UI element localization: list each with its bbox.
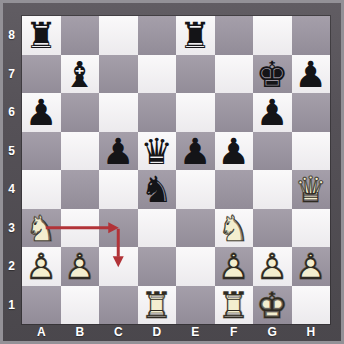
square-e5[interactable]: ♟ bbox=[176, 132, 215, 171]
square-f2[interactable]: ♟♙ bbox=[215, 247, 254, 286]
square-g5[interactable] bbox=[253, 132, 292, 171]
square-a3[interactable]: ♞♘ bbox=[22, 209, 61, 248]
white-pawn-b2[interactable]: ♟♙ bbox=[61, 247, 100, 286]
square-f5[interactable]: ♟ bbox=[215, 132, 254, 171]
black-pawn-c5[interactable]: ♟ bbox=[99, 132, 138, 171]
square-e3[interactable] bbox=[176, 209, 215, 248]
square-f7[interactable] bbox=[215, 55, 254, 94]
file-label-B: B bbox=[61, 324, 100, 341]
white-pawn-h2[interactable]: ♟♙ bbox=[292, 247, 331, 286]
rank-label-1: 1 bbox=[3, 286, 20, 325]
piece-glyph: ♞ bbox=[138, 170, 177, 209]
black-queen-d5[interactable]: ♛ bbox=[138, 132, 177, 171]
square-h3[interactable] bbox=[292, 209, 331, 248]
piece-outline-glyph: ♙ bbox=[215, 247, 254, 286]
rank-label-8: 8 bbox=[3, 16, 20, 55]
piece-glyph: ♜ bbox=[22, 16, 61, 55]
rank-label-2: 2 bbox=[3, 247, 20, 286]
board: ♜♜♝♚♟♟♟♟♛♟♟♞♛♕♞♘♞♘♟♙♟♙♟♙♟♙♟♙♜♖♜♖♚♔ bbox=[22, 16, 330, 324]
square-d2[interactable] bbox=[138, 247, 177, 286]
white-king-g1[interactable]: ♚♔ bbox=[253, 286, 292, 325]
file-label-H: H bbox=[292, 324, 331, 341]
piece-outline-glyph: ♕ bbox=[292, 170, 331, 209]
piece-glyph: ♟ bbox=[22, 93, 61, 132]
white-knight-a3[interactable]: ♞♘ bbox=[22, 209, 61, 248]
square-b6[interactable] bbox=[61, 93, 100, 132]
square-b4[interactable] bbox=[61, 170, 100, 209]
square-h5[interactable] bbox=[292, 132, 331, 171]
square-a6[interactable]: ♟ bbox=[22, 93, 61, 132]
chess-board-frame: ♜♜♝♚♟♟♟♟♛♟♟♞♛♕♞♘♞♘♟♙♟♙♟♙♟♙♟♙♜♖♜♖♚♔ 87654… bbox=[0, 0, 344, 344]
file-label-E: E bbox=[176, 324, 215, 341]
black-pawn-g6[interactable]: ♟ bbox=[253, 93, 292, 132]
square-b2[interactable]: ♟♙ bbox=[61, 247, 100, 286]
square-e4[interactable] bbox=[176, 170, 215, 209]
square-g7[interactable]: ♚ bbox=[253, 55, 292, 94]
square-f8[interactable] bbox=[215, 16, 254, 55]
square-f6[interactable] bbox=[215, 93, 254, 132]
square-g8[interactable] bbox=[253, 16, 292, 55]
black-pawn-a6[interactable]: ♟ bbox=[22, 93, 61, 132]
file-label-F: F bbox=[215, 324, 254, 341]
square-a8[interactable]: ♜ bbox=[22, 16, 61, 55]
rank-label-4: 4 bbox=[3, 170, 20, 209]
square-b7[interactable]: ♝ bbox=[61, 55, 100, 94]
square-a7[interactable] bbox=[22, 55, 61, 94]
piece-outline-glyph: ♙ bbox=[61, 247, 100, 286]
square-f1[interactable]: ♜♖ bbox=[215, 286, 254, 325]
square-g2[interactable]: ♟♙ bbox=[253, 247, 292, 286]
white-pawn-a2[interactable]: ♟♙ bbox=[22, 247, 61, 286]
piece-outline-glyph: ♔ bbox=[253, 286, 292, 325]
white-pawn-f2[interactable]: ♟♙ bbox=[215, 247, 254, 286]
square-d8[interactable] bbox=[138, 16, 177, 55]
file-label-A: A bbox=[22, 324, 61, 341]
square-b5[interactable] bbox=[61, 132, 100, 171]
square-e8[interactable]: ♜ bbox=[176, 16, 215, 55]
black-pawn-f5[interactable]: ♟ bbox=[215, 132, 254, 171]
square-h1[interactable] bbox=[292, 286, 331, 325]
piece-outline-glyph: ♙ bbox=[292, 247, 331, 286]
file-label-G: G bbox=[253, 324, 292, 341]
piece-glyph: ♟ bbox=[253, 93, 292, 132]
square-b8[interactable] bbox=[61, 16, 100, 55]
square-e6[interactable] bbox=[176, 93, 215, 132]
square-d3[interactable] bbox=[138, 209, 177, 248]
square-d4[interactable]: ♞ bbox=[138, 170, 177, 209]
black-king-g7[interactable]: ♚ bbox=[253, 55, 292, 94]
piece-outline-glyph: ♖ bbox=[215, 286, 254, 325]
square-c8[interactable] bbox=[99, 16, 138, 55]
square-c5[interactable]: ♟ bbox=[99, 132, 138, 171]
square-f3[interactable]: ♞♘ bbox=[215, 209, 254, 248]
black-bishop-b7[interactable]: ♝ bbox=[61, 55, 100, 94]
square-h2[interactable]: ♟♙ bbox=[292, 247, 331, 286]
rank-label-5: 5 bbox=[3, 132, 20, 171]
white-queen-h4[interactable]: ♛♕ bbox=[292, 170, 331, 209]
square-e7[interactable] bbox=[176, 55, 215, 94]
square-e2[interactable] bbox=[176, 247, 215, 286]
square-c1[interactable] bbox=[99, 286, 138, 325]
square-h8[interactable] bbox=[292, 16, 331, 55]
square-d1[interactable]: ♜♖ bbox=[138, 286, 177, 325]
square-e1[interactable] bbox=[176, 286, 215, 325]
square-b3[interactable] bbox=[61, 209, 100, 248]
square-c4[interactable] bbox=[99, 170, 138, 209]
square-a1[interactable] bbox=[22, 286, 61, 325]
square-d6[interactable] bbox=[138, 93, 177, 132]
square-h6[interactable] bbox=[292, 93, 331, 132]
piece-glyph: ♟ bbox=[99, 132, 138, 171]
black-rook-e8[interactable]: ♜ bbox=[176, 16, 215, 55]
piece-glyph: ♟ bbox=[292, 55, 331, 94]
rank-label-6: 6 bbox=[3, 93, 20, 132]
rank-label-7: 7 bbox=[3, 55, 20, 94]
square-h7[interactable]: ♟ bbox=[292, 55, 331, 94]
square-c3[interactable] bbox=[99, 209, 138, 248]
file-label-D: D bbox=[138, 324, 177, 341]
file-label-C: C bbox=[99, 324, 138, 341]
square-d7[interactable] bbox=[138, 55, 177, 94]
piece-glyph: ♛ bbox=[138, 132, 177, 171]
piece-glyph: ♜ bbox=[176, 16, 215, 55]
piece-outline-glyph: ♘ bbox=[22, 209, 61, 248]
square-c6[interactable] bbox=[99, 93, 138, 132]
square-g3[interactable] bbox=[253, 209, 292, 248]
piece-glyph: ♟ bbox=[215, 132, 254, 171]
white-rook-f1[interactable]: ♜♖ bbox=[215, 286, 254, 325]
black-rook-a8[interactable]: ♜ bbox=[22, 16, 61, 55]
piece-outline-glyph: ♘ bbox=[215, 209, 254, 248]
piece-glyph: ♚ bbox=[253, 55, 292, 94]
piece-glyph: ♝ bbox=[61, 55, 100, 94]
black-pawn-e5[interactable]: ♟ bbox=[176, 132, 215, 171]
square-a2[interactable]: ♟♙ bbox=[22, 247, 61, 286]
square-g6[interactable]: ♟ bbox=[253, 93, 292, 132]
piece-glyph: ♟ bbox=[176, 132, 215, 171]
white-rook-d1[interactable]: ♜♖ bbox=[138, 286, 177, 325]
rank-label-3: 3 bbox=[3, 209, 20, 248]
square-b1[interactable] bbox=[61, 286, 100, 325]
piece-outline-glyph: ♙ bbox=[253, 247, 292, 286]
square-c2[interactable] bbox=[99, 247, 138, 286]
square-h4[interactable]: ♛♕ bbox=[292, 170, 331, 209]
black-knight-d4[interactable]: ♞ bbox=[138, 170, 177, 209]
square-f4[interactable] bbox=[215, 170, 254, 209]
square-g4[interactable] bbox=[253, 170, 292, 209]
black-pawn-h7[interactable]: ♟ bbox=[292, 55, 331, 94]
square-g1[interactable]: ♚♔ bbox=[253, 286, 292, 325]
square-c7[interactable] bbox=[99, 55, 138, 94]
square-a5[interactable] bbox=[22, 132, 61, 171]
piece-outline-glyph: ♖ bbox=[138, 286, 177, 325]
white-pawn-g2[interactable]: ♟♙ bbox=[253, 247, 292, 286]
square-a4[interactable] bbox=[22, 170, 61, 209]
piece-outline-glyph: ♙ bbox=[22, 247, 61, 286]
white-knight-f3[interactable]: ♞♘ bbox=[215, 209, 254, 248]
square-d5[interactable]: ♛ bbox=[138, 132, 177, 171]
